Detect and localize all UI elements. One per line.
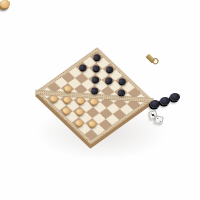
board (35, 47, 153, 145)
tray-checker-black[interactable] (150, 100, 160, 108)
die-pip-icon (157, 118, 158, 119)
clasp-ring-icon (151, 57, 159, 65)
die[interactable] (154, 115, 163, 124)
product-photo (0, 0, 200, 200)
tray-checker-black[interactable] (170, 93, 180, 101)
tray-checker-light[interactable] (0, 0, 10, 8)
clasp (146, 54, 156, 64)
tray-checker-black[interactable] (160, 97, 170, 105)
die-pip-icon (159, 121, 160, 122)
